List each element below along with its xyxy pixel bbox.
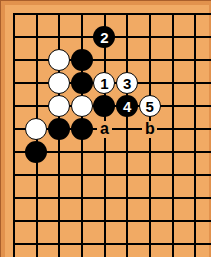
- point-label-a: a: [97, 121, 112, 138]
- board-cell-1-2: [25, 49, 48, 72]
- board-cell-3-8: [70, 187, 93, 210]
- board-cell-3-6: [70, 141, 93, 164]
- board-cell-5-7: [116, 164, 139, 187]
- black-stone: [71, 72, 93, 94]
- black-stone: [48, 118, 70, 140]
- board-cell-0-10: [3, 233, 26, 256]
- board-cell-5-9: [116, 210, 139, 233]
- board-cell-3-10: [70, 233, 93, 256]
- board-cell-1-9: [25, 210, 48, 233]
- board-cell-7-6: [161, 141, 184, 164]
- board-cell-8-4: [184, 95, 207, 118]
- board-cell-1-6: [25, 141, 48, 164]
- board-cell-7-5: [161, 118, 184, 141]
- board-cell-8-7: [184, 164, 207, 187]
- board-cell-8-2: [184, 49, 207, 72]
- board-cell-2-3: [48, 72, 71, 95]
- black-stone: [93, 95, 115, 117]
- board-cell-2-10: [48, 233, 71, 256]
- board-cell-2-1: [48, 26, 71, 49]
- board-cell-5-6: [116, 141, 139, 164]
- board-cell-4-0: [93, 3, 116, 26]
- board-cell-0-2: [3, 49, 26, 72]
- board-cell-4-4: [93, 95, 116, 118]
- board-cell-6-1: [138, 26, 161, 49]
- board-cell-3-4: [70, 95, 93, 118]
- board-cell-7-10: [161, 233, 184, 256]
- board-cell-0-0: [3, 3, 26, 26]
- board-cell-8-10: [184, 233, 207, 256]
- point-label-b: b: [142, 121, 157, 138]
- white-stone: [48, 49, 70, 71]
- white-stone: [71, 95, 93, 117]
- go-board: 21345ab: [0, 0, 211, 257]
- move-number: 5: [146, 99, 154, 114]
- board-cell-8-1: [184, 26, 207, 49]
- move-number: 1: [100, 76, 108, 91]
- board-cell-7-0: [161, 3, 184, 26]
- board-cell-5-8: [116, 187, 139, 210]
- board-cell-7-2: [161, 49, 184, 72]
- board-cell-7-9: [161, 210, 184, 233]
- white-stone: [48, 72, 70, 94]
- board-cell-2-5: [48, 118, 71, 141]
- board-cell-8-3: [184, 72, 207, 95]
- move-number: 3: [123, 76, 131, 91]
- board-cell-4-8: [93, 187, 116, 210]
- white-stone-move-1: 1: [93, 72, 115, 94]
- board-cell-0-6: [3, 141, 26, 164]
- board-cell-3-3: [70, 72, 93, 95]
- board-cell-5-2: [116, 49, 139, 72]
- board-cell-3-2: [70, 49, 93, 72]
- board-cell-6-3: [138, 72, 161, 95]
- white-stone-move-5: 5: [139, 95, 161, 117]
- board-cell-0-7: [3, 164, 26, 187]
- board-cell-0-9: [3, 210, 26, 233]
- board-cell-3-9: [70, 210, 93, 233]
- board-cell-1-10: [25, 233, 48, 256]
- board-cell-5-0: [116, 3, 139, 26]
- board-cell-4-1: 2: [93, 26, 116, 49]
- board-cell-7-1: [161, 26, 184, 49]
- board-cell-4-2: [93, 49, 116, 72]
- board-cell-1-3: [25, 72, 48, 95]
- board-cell-1-7: [25, 164, 48, 187]
- board-cell-1-1: [25, 26, 48, 49]
- board-cell-6-5: b: [138, 118, 161, 141]
- board-cell-6-7: [138, 164, 161, 187]
- board-cell-0-3: [3, 72, 26, 95]
- move-number: 4: [123, 99, 131, 114]
- white-stone: [48, 95, 70, 117]
- board-cell-0-4: [3, 95, 26, 118]
- board-cell-7-7: [161, 164, 184, 187]
- board-cell-2-8: [48, 187, 71, 210]
- black-stone-move-4: 4: [116, 95, 138, 117]
- board-cell-4-7: [93, 164, 116, 187]
- board-cell-7-3: [161, 72, 184, 95]
- black-stone: [71, 118, 93, 140]
- board-cell-2-0: [48, 3, 71, 26]
- board-cell-5-10: [116, 233, 139, 256]
- board-cell-4-6: [93, 141, 116, 164]
- board-cell-0-8: [3, 187, 26, 210]
- board-cell-2-7: [48, 164, 71, 187]
- board-cell-8-5: [184, 118, 207, 141]
- board-cell-6-6: [138, 141, 161, 164]
- board-cell-8-8: [184, 187, 207, 210]
- black-stone: [25, 141, 47, 163]
- black-stone-move-2: 2: [93, 26, 115, 48]
- board-cell-3-5: [70, 118, 93, 141]
- board-cell-1-5: [25, 118, 48, 141]
- board-cell-0-1: [3, 26, 26, 49]
- board-cell-6-4: 5: [138, 95, 161, 118]
- board-cell-2-9: [48, 210, 71, 233]
- board-cell-6-10: [138, 233, 161, 256]
- white-stone-move-3: 3: [116, 72, 138, 94]
- board-cell-5-5: [116, 118, 139, 141]
- board-cell-8-6: [184, 141, 207, 164]
- move-number: 2: [100, 30, 108, 45]
- white-stone: [25, 118, 47, 140]
- board-cell-3-1: [70, 26, 93, 49]
- board-cell-4-5: a: [93, 118, 116, 141]
- board-cell-4-9: [93, 210, 116, 233]
- board-cell-4-10: [93, 233, 116, 256]
- board-cell-2-2: [48, 49, 71, 72]
- board-cell-1-4: [25, 95, 48, 118]
- board-cells: 21345ab: [3, 3, 207, 256]
- board-cell-5-4: 4: [116, 95, 139, 118]
- black-stone: [71, 49, 93, 71]
- board-cell-3-0: [70, 3, 93, 26]
- board-cell-7-8: [161, 187, 184, 210]
- board-cell-6-8: [138, 187, 161, 210]
- board-cell-7-4: [161, 95, 184, 118]
- board-cell-1-0: [25, 3, 48, 26]
- board-cell-3-7: [70, 164, 93, 187]
- board-cell-8-9: [184, 210, 207, 233]
- board-cell-8-0: [184, 3, 207, 26]
- board-cell-2-6: [48, 141, 71, 164]
- board-cell-2-4: [48, 95, 71, 118]
- board-cell-1-8: [25, 187, 48, 210]
- board-cell-6-0: [138, 3, 161, 26]
- board-cell-6-2: [138, 49, 161, 72]
- board-cell-5-3: 3: [116, 72, 139, 95]
- board-cell-4-3: 1: [93, 72, 116, 95]
- board-cell-6-9: [138, 210, 161, 233]
- board-cell-0-5: [3, 118, 26, 141]
- board-cell-5-1: [116, 26, 139, 49]
